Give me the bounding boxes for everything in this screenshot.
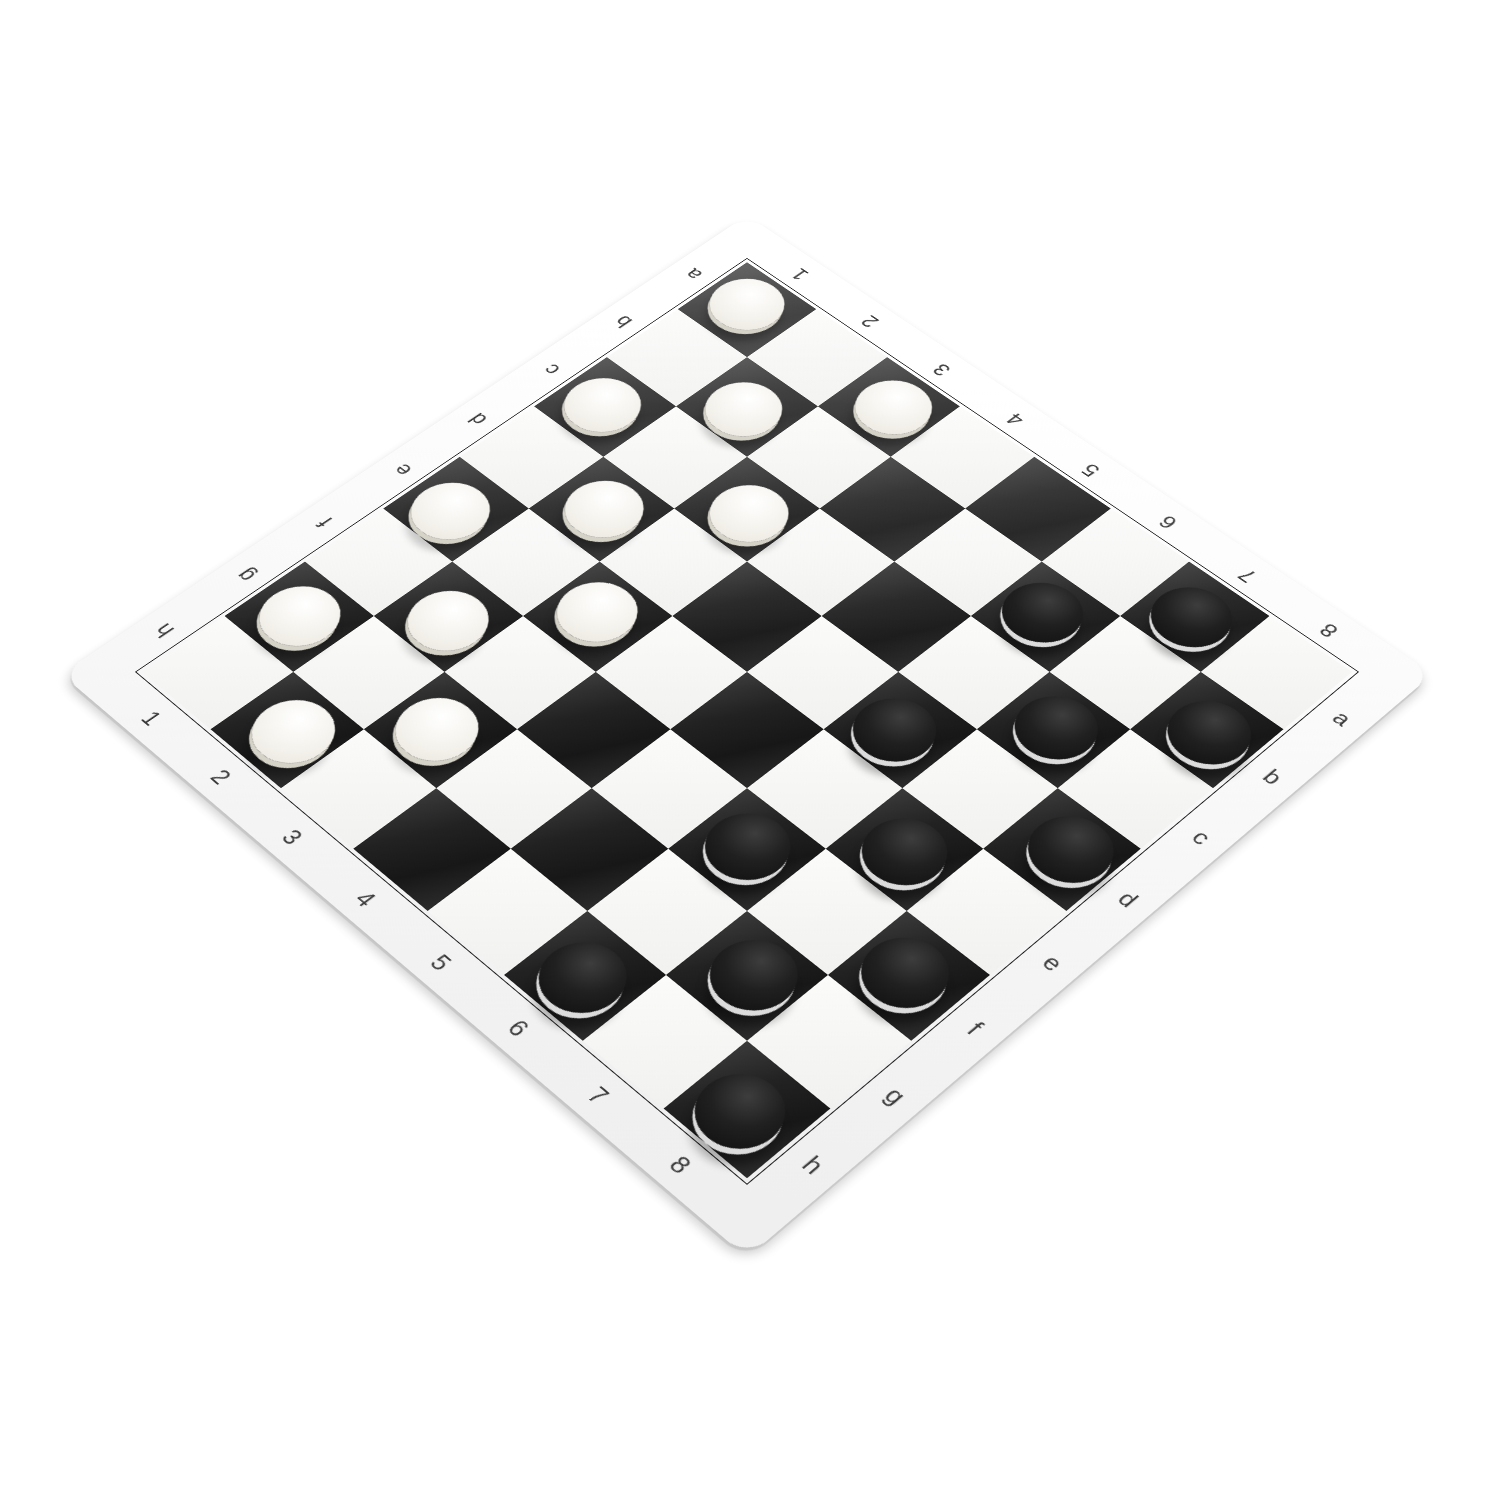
- rank-label-5-upper-right-edge: 5: [1077, 459, 1105, 480]
- rank-label-8-lower-left-edge: 8: [663, 1151, 697, 1179]
- file-label-b-lower-right-edge: b: [1258, 765, 1288, 789]
- rank-label-6-lower-left-edge: 6: [502, 1015, 535, 1042]
- file-label-d-lower-right-edge: d: [1113, 886, 1144, 911]
- file-label-c-upper-left-edge: c: [538, 360, 566, 379]
- file-label-c-lower-right-edge: c: [1187, 825, 1216, 849]
- board-grid: [142, 262, 1352, 1178]
- file-label-h-upper-left-edge: h: [150, 619, 181, 641]
- rank-label-7-lower-left-edge: 7: [581, 1082, 615, 1109]
- rank-label-2-lower-left-edge: 2: [205, 765, 237, 789]
- file-label-e-upper-left-edge: e: [388, 459, 418, 480]
- file-label-b-upper-left-edge: b: [610, 311, 638, 330]
- file-label-d-upper-left-edge: d: [464, 409, 493, 429]
- rank-label-6-upper-right-edge: 6: [1154, 511, 1183, 532]
- rank-label-3-lower-left-edge: 3: [276, 825, 308, 849]
- file-label-g-upper-left-edge: g: [231, 564, 262, 586]
- rank-label-5-lower-left-edge: 5: [424, 950, 457, 976]
- rank-label-4-lower-left-edge: 4: [349, 886, 382, 911]
- file-label-a-lower-right-edge: a: [1328, 707, 1358, 730]
- file-label-a-upper-left-edge: a: [680, 264, 708, 283]
- board-mat: aa11bb22cc33dd44ee55ff66gg77hh88: [61, 215, 1433, 1257]
- file-label-g-lower-right-edge: g: [879, 1082, 912, 1109]
- rank-label-1-lower-left-edge: 1: [136, 707, 168, 730]
- rank-label-8-upper-right-edge: 8: [1314, 619, 1343, 641]
- rank-label-3-upper-right-edge: 3: [928, 359, 956, 379]
- rank-label-1-upper-right-edge: 1: [786, 264, 813, 283]
- product-photo-scene: aa11bb22cc33dd44ee55ff66gg77hh88: [0, 0, 1500, 1500]
- file-label-h-lower-right-edge: h: [797, 1151, 831, 1179]
- file-label-f-lower-right-edge: f: [962, 1017, 989, 1039]
- rank-label-2-upper-right-edge: 2: [856, 311, 884, 330]
- file-label-e-lower-right-edge: e: [1037, 950, 1069, 976]
- rank-label-7-upper-right-edge: 7: [1233, 564, 1262, 586]
- file-label-f-upper-left-edge: f: [313, 513, 339, 531]
- rank-label-4-upper-right-edge: 4: [1001, 409, 1029, 429]
- playing-area-frame: [135, 258, 1359, 1185]
